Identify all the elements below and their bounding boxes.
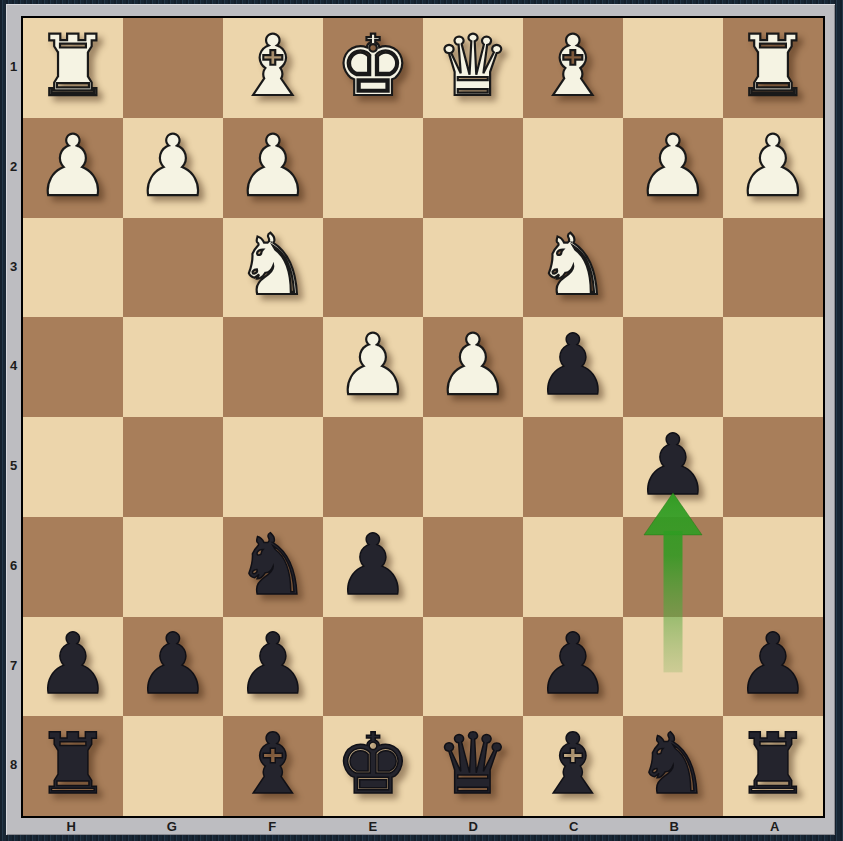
rank-label-4: 4 xyxy=(6,358,21,373)
square-b2[interactable]: ♟ xyxy=(623,118,723,218)
black-bishop[interactable]: ♝ xyxy=(535,722,610,806)
square-g2[interactable]: ♟ xyxy=(123,118,223,218)
square-b5[interactable]: ♟ xyxy=(623,417,723,517)
square-h3[interactable] xyxy=(23,218,123,318)
square-d5[interactable] xyxy=(423,417,523,517)
square-c4[interactable]: ♟ xyxy=(523,317,623,417)
file-label-row: HGFEDCBA xyxy=(21,819,825,835)
black-pawn[interactable]: ♟ xyxy=(35,622,110,706)
square-c1[interactable]: ♝ xyxy=(523,18,623,118)
square-b1[interactable] xyxy=(623,18,723,118)
square-h7[interactable]: ♟ xyxy=(23,617,123,717)
square-f1[interactable]: ♝ xyxy=(223,18,323,118)
square-b8[interactable]: ♞ xyxy=(623,716,723,816)
file-label-c: C xyxy=(524,819,625,834)
square-f3[interactable]: ♞ xyxy=(223,218,323,318)
square-c6[interactable] xyxy=(523,517,623,617)
square-b7[interactable] xyxy=(623,617,723,717)
white-pawn[interactable]: ♟ xyxy=(735,124,810,208)
square-f8[interactable]: ♝ xyxy=(223,716,323,816)
square-a4[interactable] xyxy=(723,317,823,417)
square-e6[interactable]: ♟ xyxy=(323,517,423,617)
square-d1[interactable]: ♛ xyxy=(423,18,523,118)
rank-label-8: 8 xyxy=(6,757,21,772)
board-frame: 12345678 HGFEDCBA ♜♝♚♛♝♜♟♟♟♟♟♞♞♟♟♟♟♞♟♟♟♟… xyxy=(6,4,835,835)
square-f6[interactable]: ♞ xyxy=(223,517,323,617)
square-c2[interactable] xyxy=(523,118,623,218)
black-pawn[interactable]: ♟ xyxy=(635,423,710,507)
square-a8[interactable]: ♜ xyxy=(723,716,823,816)
black-rook[interactable]: ♜ xyxy=(35,722,110,806)
black-bishop[interactable]: ♝ xyxy=(235,722,310,806)
square-h6[interactable] xyxy=(23,517,123,617)
rank-label-1: 1 xyxy=(6,59,21,74)
square-h8[interactable]: ♜ xyxy=(23,716,123,816)
black-rook[interactable]: ♜ xyxy=(735,722,810,806)
white-rook[interactable]: ♜ xyxy=(735,24,810,108)
square-c8[interactable]: ♝ xyxy=(523,716,623,816)
square-b6[interactable] xyxy=(623,517,723,617)
square-e3[interactable] xyxy=(323,218,423,318)
white-pawn[interactable]: ♟ xyxy=(135,124,210,208)
white-rook[interactable]: ♜ xyxy=(35,24,110,108)
white-pawn[interactable]: ♟ xyxy=(235,124,310,208)
square-a6[interactable] xyxy=(723,517,823,617)
square-b3[interactable] xyxy=(623,218,723,318)
square-c3[interactable]: ♞ xyxy=(523,218,623,318)
square-h5[interactable] xyxy=(23,417,123,517)
square-c5[interactable] xyxy=(523,417,623,517)
board-grid: ♜♝♚♛♝♜♟♟♟♟♟♞♞♟♟♟♟♞♟♟♟♟♟♟♜♝♚♛♝♞♜ xyxy=(21,16,825,818)
square-h4[interactable] xyxy=(23,317,123,417)
square-a3[interactable] xyxy=(723,218,823,318)
rank-label-7: 7 xyxy=(6,658,21,673)
rank-label-column: 12345678 xyxy=(6,16,21,818)
square-f4[interactable] xyxy=(223,317,323,417)
file-label-h: H xyxy=(21,819,122,834)
square-d8[interactable]: ♛ xyxy=(423,716,523,816)
square-g3[interactable] xyxy=(123,218,223,318)
square-g6[interactable] xyxy=(123,517,223,617)
square-b4[interactable] xyxy=(623,317,723,417)
square-d6[interactable] xyxy=(423,517,523,617)
square-e5[interactable] xyxy=(323,417,423,517)
square-c7[interactable]: ♟ xyxy=(523,617,623,717)
white-queen[interactable]: ♛ xyxy=(435,24,510,108)
black-pawn[interactable]: ♟ xyxy=(335,523,410,607)
square-g4[interactable] xyxy=(123,317,223,417)
square-g1[interactable] xyxy=(123,18,223,118)
rank-label-6: 6 xyxy=(6,558,21,573)
square-d2[interactable] xyxy=(423,118,523,218)
square-f5[interactable] xyxy=(223,417,323,517)
white-knight[interactable]: ♞ xyxy=(535,223,610,307)
square-h1[interactable]: ♜ xyxy=(23,18,123,118)
file-label-e: E xyxy=(323,819,424,834)
black-pawn[interactable]: ♟ xyxy=(135,622,210,706)
file-label-d: D xyxy=(423,819,524,834)
square-e1[interactable]: ♚ xyxy=(323,18,423,118)
white-pawn[interactable]: ♟ xyxy=(435,323,510,407)
square-a7[interactable]: ♟ xyxy=(723,617,823,717)
file-label-b: B xyxy=(624,819,725,834)
file-label-g: G xyxy=(122,819,223,834)
white-bishop[interactable]: ♝ xyxy=(235,24,310,108)
rank-label-5: 5 xyxy=(6,458,21,473)
square-a1[interactable]: ♜ xyxy=(723,18,823,118)
black-pawn[interactable]: ♟ xyxy=(235,622,310,706)
white-knight[interactable]: ♞ xyxy=(235,223,310,307)
white-pawn[interactable]: ♟ xyxy=(35,124,110,208)
black-king[interactable]: ♚ xyxy=(335,722,410,806)
square-e8[interactable]: ♚ xyxy=(323,716,423,816)
square-e7[interactable] xyxy=(323,617,423,717)
black-queen[interactable]: ♛ xyxy=(435,722,510,806)
square-g5[interactable] xyxy=(123,417,223,517)
square-f2[interactable]: ♟ xyxy=(223,118,323,218)
square-e2[interactable] xyxy=(323,118,423,218)
rank-label-2: 2 xyxy=(6,159,21,174)
black-pawn[interactable]: ♟ xyxy=(535,622,610,706)
square-g7[interactable]: ♟ xyxy=(123,617,223,717)
white-king[interactable]: ♚ xyxy=(335,24,410,108)
black-knight[interactable]: ♞ xyxy=(635,722,710,806)
file-label-f: F xyxy=(222,819,323,834)
white-pawn[interactable]: ♟ xyxy=(635,124,710,208)
square-h2[interactable]: ♟ xyxy=(23,118,123,218)
black-pawn[interactable]: ♟ xyxy=(535,323,610,407)
square-f7[interactable]: ♟ xyxy=(223,617,323,717)
square-d7[interactable] xyxy=(423,617,523,717)
square-a5[interactable] xyxy=(723,417,823,517)
square-g8[interactable] xyxy=(123,716,223,816)
square-d3[interactable] xyxy=(423,218,523,318)
square-d4[interactable]: ♟ xyxy=(423,317,523,417)
square-e4[interactable]: ♟ xyxy=(323,317,423,417)
black-knight[interactable]: ♞ xyxy=(235,523,310,607)
white-bishop[interactable]: ♝ xyxy=(535,24,610,108)
file-label-a: A xyxy=(725,819,826,834)
rank-label-3: 3 xyxy=(6,259,21,274)
white-pawn[interactable]: ♟ xyxy=(335,323,410,407)
square-a2[interactable]: ♟ xyxy=(723,118,823,218)
black-pawn[interactable]: ♟ xyxy=(735,622,810,706)
